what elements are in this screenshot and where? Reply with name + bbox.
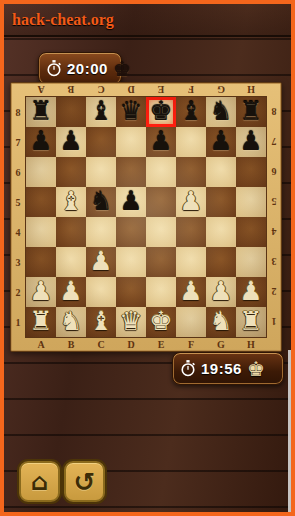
stopwatch-icon bbox=[46, 60, 62, 77]
square-d8[interactable]: ♛ bbox=[116, 97, 146, 127]
rank-labels-right: 87654321 bbox=[267, 97, 281, 337]
white-rook-h1[interactable]: ♜ bbox=[239, 307, 262, 335]
square-g3[interactable] bbox=[206, 247, 236, 277]
square-g1[interactable]: ♞ bbox=[206, 307, 236, 337]
square-g8[interactable]: ♞ bbox=[206, 97, 236, 127]
home-icon: ⌂ bbox=[31, 470, 48, 494]
square-c6[interactable] bbox=[86, 157, 116, 187]
rank-labels-left: 87654321 bbox=[11, 97, 25, 337]
square-e8[interactable]: ♚ bbox=[146, 97, 176, 127]
square-h2[interactable]: ♟ bbox=[236, 277, 266, 307]
square-f6[interactable] bbox=[176, 157, 206, 187]
white-timer-panel: 19:56 ♚ bbox=[172, 352, 284, 385]
square-b1[interactable]: ♞ bbox=[56, 307, 86, 337]
square-e3[interactable] bbox=[146, 247, 176, 277]
white-knight-b1[interactable]: ♞ bbox=[59, 307, 82, 335]
white-king-icon: ♚ bbox=[247, 359, 265, 379]
white-king-e1[interactable]: ♚ bbox=[149, 307, 172, 335]
square-g6[interactable] bbox=[206, 157, 236, 187]
square-c8[interactable]: ♝ bbox=[86, 97, 116, 127]
black-pawn-d5[interactable]: ♟ bbox=[119, 187, 142, 215]
square-f1[interactable] bbox=[176, 307, 206, 337]
white-queen-d1[interactable]: ♛ bbox=[119, 307, 142, 335]
restart-icon: ↺ bbox=[74, 470, 96, 494]
square-h8[interactable]: ♜ bbox=[236, 97, 266, 127]
black-knight-c5[interactable]: ♞ bbox=[89, 187, 112, 215]
square-h7[interactable]: ♟ bbox=[236, 127, 266, 157]
square-c1[interactable]: ♝ bbox=[86, 307, 116, 337]
black-pawn-g7[interactable]: ♟ bbox=[209, 127, 232, 155]
black-clock: 20:00 bbox=[67, 60, 108, 77]
square-c2[interactable] bbox=[86, 277, 116, 307]
black-rook-h8[interactable]: ♜ bbox=[239, 97, 262, 125]
black-queen-d8[interactable]: ♛ bbox=[119, 97, 142, 125]
square-h3[interactable] bbox=[236, 247, 266, 277]
restart-button[interactable]: ↺ bbox=[64, 461, 105, 502]
square-a6[interactable] bbox=[26, 157, 56, 187]
square-d2[interactable] bbox=[116, 277, 146, 307]
square-c3[interactable]: ♟ bbox=[86, 247, 116, 277]
square-a4[interactable] bbox=[26, 217, 56, 247]
square-h1[interactable]: ♜ bbox=[236, 307, 266, 337]
white-pawn-f2[interactable]: ♟ bbox=[179, 277, 202, 305]
white-bishop-c1[interactable]: ♝ bbox=[89, 307, 112, 335]
square-b3[interactable] bbox=[56, 247, 86, 277]
square-f4[interactable] bbox=[176, 217, 206, 247]
square-f8[interactable]: ♝ bbox=[176, 97, 206, 127]
screen-edge-artifact bbox=[288, 350, 291, 512]
chess-board: 87654321 87654321 ABCDEFGH ABCDEFGH ♜♝♛♚… bbox=[10, 82, 282, 352]
watermark-banner: hack-cheat.org bbox=[4, 4, 291, 37]
square-c5[interactable]: ♞ bbox=[86, 187, 116, 217]
watermark-text: hack-cheat.org bbox=[12, 11, 114, 29]
black-knight-g8[interactable]: ♞ bbox=[209, 97, 232, 125]
square-a7[interactable]: ♟ bbox=[26, 127, 56, 157]
square-a2[interactable]: ♟ bbox=[26, 277, 56, 307]
white-pawn-g2[interactable]: ♟ bbox=[209, 277, 232, 305]
square-f2[interactable]: ♟ bbox=[176, 277, 206, 307]
square-b7[interactable]: ♟ bbox=[56, 127, 86, 157]
file-labels-bottom: ABCDEFGH bbox=[26, 337, 266, 351]
white-pawn-a2[interactable]: ♟ bbox=[29, 277, 52, 305]
square-a1[interactable]: ♜ bbox=[26, 307, 56, 337]
white-pawn-b2[interactable]: ♟ bbox=[59, 277, 82, 305]
app-screen: hack-cheat.org 20:00 ♚ 87654321 87654321… bbox=[0, 0, 295, 516]
square-g2[interactable]: ♟ bbox=[206, 277, 236, 307]
square-d3[interactable] bbox=[116, 247, 146, 277]
square-c7[interactable] bbox=[86, 127, 116, 157]
black-pawn-a7[interactable]: ♟ bbox=[29, 127, 52, 155]
square-a3[interactable] bbox=[26, 247, 56, 277]
square-h5[interactable] bbox=[236, 187, 266, 217]
square-a8[interactable]: ♜ bbox=[26, 97, 56, 127]
black-pawn-e7[interactable]: ♟ bbox=[149, 127, 172, 155]
square-h6[interactable] bbox=[236, 157, 266, 187]
square-g7[interactable]: ♟ bbox=[206, 127, 236, 157]
stopwatch-icon bbox=[180, 360, 196, 377]
square-d4[interactable] bbox=[116, 217, 146, 247]
white-pawn-c3[interactable]: ♟ bbox=[89, 247, 112, 275]
black-bishop-c8[interactable]: ♝ bbox=[89, 97, 112, 125]
square-b2[interactable]: ♟ bbox=[56, 277, 86, 307]
square-a5[interactable] bbox=[26, 187, 56, 217]
white-pawn-h2[interactable]: ♟ bbox=[239, 277, 262, 305]
square-b4[interactable] bbox=[56, 217, 86, 247]
home-button[interactable]: ⌂ bbox=[19, 461, 60, 502]
square-f7[interactable] bbox=[176, 127, 206, 157]
black-timer-panel: 20:00 ♚ bbox=[38, 52, 122, 85]
square-e5[interactable] bbox=[146, 187, 176, 217]
square-e6[interactable] bbox=[146, 157, 176, 187]
square-e1[interactable]: ♚ bbox=[146, 307, 176, 337]
black-king-e8[interactable]: ♚ bbox=[149, 97, 172, 125]
square-h4[interactable] bbox=[236, 217, 266, 247]
square-d7[interactable] bbox=[116, 127, 146, 157]
black-pawn-h7[interactable]: ♟ bbox=[239, 127, 262, 155]
square-d6[interactable] bbox=[116, 157, 146, 187]
square-d1[interactable]: ♛ bbox=[116, 307, 146, 337]
black-pawn-b7[interactable]: ♟ bbox=[59, 127, 82, 155]
square-b8[interactable] bbox=[56, 97, 86, 127]
square-e2[interactable] bbox=[146, 277, 176, 307]
board-squares: ♜♝♛♚♝♞♜♟♟♟♟♟♝♞♟♟♟♟♟♟♟♟♜♞♝♛♚♞♜ bbox=[26, 97, 266, 337]
black-bishop-f8[interactable]: ♝ bbox=[179, 97, 202, 125]
square-b6[interactable] bbox=[56, 157, 86, 187]
square-f5[interactable]: ♟ bbox=[176, 187, 206, 217]
square-g5[interactable] bbox=[206, 187, 236, 217]
black-king-icon: ♚ bbox=[113, 59, 131, 79]
white-rook-a1[interactable]: ♜ bbox=[29, 307, 52, 335]
square-e7[interactable]: ♟ bbox=[146, 127, 176, 157]
square-f3[interactable] bbox=[176, 247, 206, 277]
square-c4[interactable] bbox=[86, 217, 116, 247]
square-b5[interactable]: ♝ bbox=[56, 187, 86, 217]
white-pawn-f5[interactable]: ♟ bbox=[179, 187, 202, 215]
white-clock: 19:56 bbox=[201, 360, 242, 377]
square-d5[interactable]: ♟ bbox=[116, 187, 146, 217]
square-e4[interactable] bbox=[146, 217, 176, 247]
black-rook-a8[interactable]: ♜ bbox=[29, 97, 52, 125]
file-labels-top: ABCDEFGH bbox=[26, 83, 266, 97]
white-bishop-b5[interactable]: ♝ bbox=[59, 187, 82, 215]
square-g4[interactable] bbox=[206, 217, 236, 247]
white-knight-g1[interactable]: ♞ bbox=[209, 307, 232, 335]
